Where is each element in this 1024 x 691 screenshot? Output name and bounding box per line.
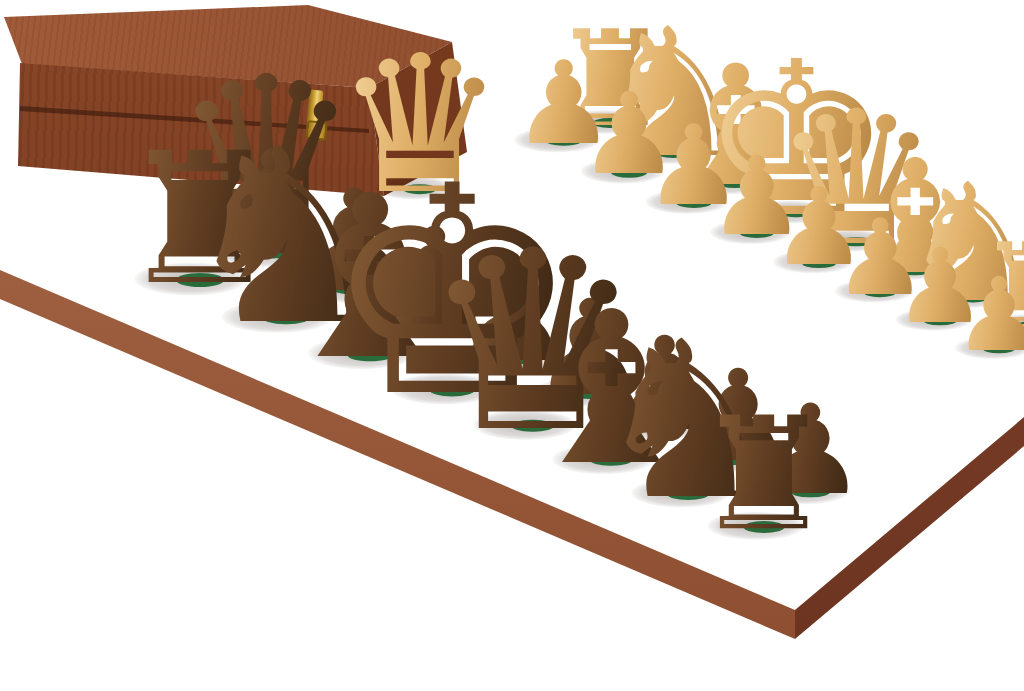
chess-set-photo: ♜♞♝♛♚♝♞♜♟♟♟♟♟♟♟♟♟♟♟♟♟♟♟♟♜♞♝♛♚♝♞♜♛♛ bbox=[0, 0, 1024, 691]
piece-dark-rook-a8[interactable]: ♜ bbox=[694, 397, 833, 553]
piece-light-pawn-a2[interactable]: ♟ bbox=[954, 265, 1024, 367]
pieces-layer: ♜♞♝♛♚♝♞♜♟♟♟♟♟♟♟♟♟♟♟♟♟♟♟♟♜♞♝♛♚♝♞♜♛♛ bbox=[0, 0, 1024, 691]
